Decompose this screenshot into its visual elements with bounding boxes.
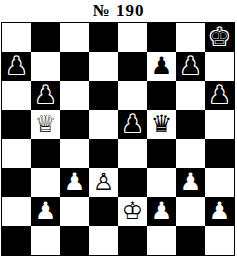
square-d1[interactable] bbox=[89, 226, 118, 255]
square-d6[interactable] bbox=[89, 81, 118, 110]
chess-board: ♚♟♟♟♟♟♕♟♛♟♙♟♟♔♟♟ bbox=[1, 22, 235, 256]
square-g6[interactable] bbox=[176, 81, 205, 110]
square-f4[interactable] bbox=[147, 139, 176, 168]
square-a8[interactable] bbox=[2, 23, 31, 52]
square-f6[interactable] bbox=[147, 81, 176, 110]
square-g1[interactable] bbox=[176, 226, 205, 255]
square-c1[interactable] bbox=[60, 226, 89, 255]
square-b7[interactable] bbox=[31, 52, 60, 81]
square-a1[interactable] bbox=[2, 226, 31, 255]
square-g2[interactable] bbox=[176, 197, 205, 226]
square-d7[interactable] bbox=[89, 52, 118, 81]
square-d3[interactable]: ♙ bbox=[89, 168, 118, 197]
square-g3[interactable]: ♟ bbox=[176, 168, 205, 197]
square-a7[interactable]: ♟ bbox=[2, 52, 31, 81]
square-b5[interactable]: ♕ bbox=[31, 110, 60, 139]
square-a3[interactable] bbox=[2, 168, 31, 197]
square-d5[interactable] bbox=[89, 110, 118, 139]
square-b2[interactable]: ♟ bbox=[31, 197, 60, 226]
piece-white-pawn: ♟ bbox=[209, 197, 231, 226]
square-f8[interactable] bbox=[147, 23, 176, 52]
piece-black-king: ♚ bbox=[209, 23, 231, 52]
square-c2[interactable] bbox=[60, 197, 89, 226]
square-c8[interactable] bbox=[60, 23, 89, 52]
piece-white-queen: ♕ bbox=[35, 110, 57, 139]
square-a5[interactable] bbox=[2, 110, 31, 139]
square-e6[interactable] bbox=[118, 81, 147, 110]
piece-black-queen: ♛ bbox=[151, 110, 173, 139]
square-d4[interactable] bbox=[89, 139, 118, 168]
piece-white-pawn: ♙ bbox=[93, 168, 115, 197]
square-c4[interactable] bbox=[60, 139, 89, 168]
piece-white-king: ♔ bbox=[122, 197, 144, 226]
square-h6[interactable]: ♟ bbox=[205, 81, 234, 110]
square-b6[interactable]: ♟ bbox=[31, 81, 60, 110]
square-b4[interactable] bbox=[31, 139, 60, 168]
square-g7[interactable]: ♟ bbox=[176, 52, 205, 81]
square-a2[interactable] bbox=[2, 197, 31, 226]
square-f3[interactable] bbox=[147, 168, 176, 197]
square-e5[interactable]: ♟ bbox=[118, 110, 147, 139]
square-h1[interactable] bbox=[205, 226, 234, 255]
square-d2[interactable] bbox=[89, 197, 118, 226]
square-a4[interactable] bbox=[2, 139, 31, 168]
piece-white-pawn: ♟ bbox=[180, 168, 202, 197]
piece-black-pawn: ♟ bbox=[151, 52, 173, 81]
piece-white-pawn: ♟ bbox=[35, 197, 57, 226]
square-c6[interactable] bbox=[60, 81, 89, 110]
square-c3[interactable]: ♟ bbox=[60, 168, 89, 197]
square-b1[interactable] bbox=[31, 226, 60, 255]
square-a6[interactable] bbox=[2, 81, 31, 110]
square-e4[interactable] bbox=[118, 139, 147, 168]
square-b3[interactable] bbox=[31, 168, 60, 197]
square-h7[interactable] bbox=[205, 52, 234, 81]
square-h4[interactable] bbox=[205, 139, 234, 168]
square-e1[interactable] bbox=[118, 226, 147, 255]
square-f2[interactable]: ♟ bbox=[147, 197, 176, 226]
square-e2[interactable]: ♔ bbox=[118, 197, 147, 226]
piece-black-pawn: ♟ bbox=[35, 81, 57, 110]
puzzle-number: № 190 bbox=[0, 0, 237, 22]
piece-black-pawn: ♟ bbox=[122, 110, 144, 139]
square-h2[interactable]: ♟ bbox=[205, 197, 234, 226]
piece-black-pawn: ♟ bbox=[180, 52, 202, 81]
square-b8[interactable] bbox=[31, 23, 60, 52]
square-e7[interactable] bbox=[118, 52, 147, 81]
square-c7[interactable] bbox=[60, 52, 89, 81]
square-f1[interactable] bbox=[147, 226, 176, 255]
square-g4[interactable] bbox=[176, 139, 205, 168]
square-g8[interactable] bbox=[176, 23, 205, 52]
square-e3[interactable] bbox=[118, 168, 147, 197]
square-f5[interactable]: ♛ bbox=[147, 110, 176, 139]
square-g5[interactable] bbox=[176, 110, 205, 139]
square-h8[interactable]: ♚ bbox=[205, 23, 234, 52]
piece-black-pawn: ♟ bbox=[209, 81, 231, 110]
square-c5[interactable] bbox=[60, 110, 89, 139]
piece-white-pawn: ♟ bbox=[151, 197, 173, 226]
square-f7[interactable]: ♟ bbox=[147, 52, 176, 81]
piece-white-pawn: ♟ bbox=[64, 168, 86, 197]
square-h3[interactable] bbox=[205, 168, 234, 197]
square-d8[interactable] bbox=[89, 23, 118, 52]
square-h5[interactable] bbox=[205, 110, 234, 139]
square-e8[interactable] bbox=[118, 23, 147, 52]
piece-black-pawn: ♟ bbox=[6, 52, 28, 81]
